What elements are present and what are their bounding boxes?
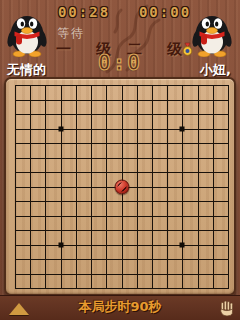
board-cell[interactable] <box>198 143 213 158</box>
board-cell[interactable] <box>91 259 106 274</box>
board-cell[interactable] <box>61 172 76 187</box>
board-cell[interactable] <box>91 245 106 260</box>
board-cell[interactable] <box>45 274 60 289</box>
board-cell[interactable] <box>15 172 30 187</box>
board-cell[interactable] <box>106 129 121 144</box>
star-point <box>180 242 185 247</box>
board-cell[interactable] <box>213 158 228 173</box>
board-cell[interactable] <box>137 172 152 187</box>
board-cell[interactable] <box>91 100 106 115</box>
board-cell[interactable] <box>76 114 91 129</box>
board-cell[interactable] <box>106 274 121 289</box>
board-cell[interactable] <box>167 158 182 173</box>
board-cell[interactable] <box>61 259 76 274</box>
board-cell[interactable] <box>213 274 228 289</box>
board-cell[interactable] <box>167 216 182 231</box>
board-cell[interactable] <box>213 114 228 129</box>
board-cell[interactable] <box>167 143 182 158</box>
board-cell[interactable] <box>137 259 152 274</box>
game-screen: 00:28 00:00 等待 一 级 二 级 0:0 无情的 小妞, 本局步时9… <box>0 0 240 320</box>
board-cell[interactable] <box>61 216 76 231</box>
board-cell[interactable] <box>45 187 60 202</box>
board-cell[interactable] <box>91 158 106 173</box>
board-cell[interactable] <box>152 230 167 245</box>
board-cell[interactable] <box>213 100 228 115</box>
board-cell[interactable] <box>76 158 91 173</box>
board-cell[interactable] <box>30 100 45 115</box>
board-cell[interactable] <box>106 100 121 115</box>
board-cell[interactable] <box>106 216 121 231</box>
medal-icon <box>181 42 194 57</box>
board-cell[interactable] <box>152 259 167 274</box>
board-cell[interactable] <box>137 114 152 129</box>
board-cell[interactable] <box>152 143 167 158</box>
board-cell[interactable] <box>91 114 106 129</box>
board-cell[interactable] <box>106 114 121 129</box>
board-cell[interactable] <box>167 259 182 274</box>
board-cell[interactable] <box>167 85 182 100</box>
board-cell[interactable] <box>30 143 45 158</box>
score-display: 0:0 <box>80 51 160 75</box>
board-cell[interactable] <box>91 172 106 187</box>
board-cell[interactable] <box>61 143 76 158</box>
board-cell[interactable] <box>91 129 106 144</box>
board-cell[interactable] <box>15 187 30 202</box>
board-cell[interactable] <box>15 114 30 129</box>
board-cell[interactable] <box>182 201 197 216</box>
board-cell[interactable] <box>198 230 213 245</box>
board-cell[interactable] <box>15 129 30 144</box>
board-cell[interactable] <box>182 100 197 115</box>
board-cell[interactable] <box>152 274 167 289</box>
raised-hand-icon[interactable] <box>219 300 235 317</box>
board-cell[interactable] <box>122 274 137 289</box>
board-cell[interactable] <box>122 85 137 100</box>
board-cell[interactable] <box>137 187 152 202</box>
board-cell[interactable] <box>152 129 167 144</box>
board-cell[interactable] <box>152 85 167 100</box>
board-cell[interactable] <box>167 201 182 216</box>
board-cell[interactable] <box>213 216 228 231</box>
timer-player-right: 00:00 <box>130 4 200 20</box>
cursor-marker[interactable] <box>114 179 129 194</box>
board-cell[interactable] <box>106 245 121 260</box>
board-cell[interactable] <box>106 85 121 100</box>
board-cell[interactable] <box>30 129 45 144</box>
board-cell[interactable] <box>76 143 91 158</box>
board-cell[interactable] <box>76 230 91 245</box>
board-cell[interactable] <box>76 85 91 100</box>
board-cell[interactable] <box>122 158 137 173</box>
board-cell[interactable] <box>152 216 167 231</box>
board-cell[interactable] <box>61 201 76 216</box>
board-cell[interactable] <box>137 143 152 158</box>
board-cell[interactable] <box>213 85 228 100</box>
board-cell[interactable] <box>106 158 121 173</box>
board-cell[interactable] <box>15 143 30 158</box>
board-cell[interactable] <box>167 100 182 115</box>
board-cell[interactable] <box>198 85 213 100</box>
board-cell[interactable] <box>106 259 121 274</box>
board-cell[interactable] <box>15 274 30 289</box>
board-cell[interactable] <box>91 187 106 202</box>
board-cell[interactable] <box>213 230 228 245</box>
board-cell[interactable] <box>137 245 152 260</box>
board-cell[interactable] <box>198 129 213 144</box>
board-cell[interactable] <box>91 230 106 245</box>
qq-penguin-icon <box>7 11 47 57</box>
board-cell[interactable] <box>45 172 60 187</box>
board-cell[interactable] <box>137 158 152 173</box>
board-cell[interactable] <box>182 172 197 187</box>
board-cell[interactable] <box>182 259 197 274</box>
board-cell[interactable] <box>182 274 197 289</box>
board-cell[interactable] <box>45 158 60 173</box>
board-cell[interactable] <box>61 158 76 173</box>
board-cell[interactable] <box>30 114 45 129</box>
board-cell[interactable] <box>61 100 76 115</box>
board-cell[interactable] <box>15 158 30 173</box>
board-cell[interactable] <box>182 85 197 100</box>
board-cell[interactable] <box>106 143 121 158</box>
board-cell[interactable] <box>167 172 182 187</box>
board-cell[interactable] <box>45 216 60 231</box>
board-cell[interactable] <box>152 245 167 260</box>
board-cell[interactable] <box>137 230 152 245</box>
board-cell[interactable] <box>198 259 213 274</box>
board-cell[interactable] <box>213 172 228 187</box>
board-cell[interactable] <box>198 245 213 260</box>
board-cell[interactable] <box>122 114 137 129</box>
star-point <box>58 126 63 131</box>
board-cell[interactable] <box>122 201 137 216</box>
board-cell[interactable] <box>61 187 76 202</box>
footer-message: 本局步时90秒 <box>40 298 200 316</box>
board-cell[interactable] <box>198 187 213 202</box>
board-cell[interactable] <box>30 85 45 100</box>
board-cell[interactable] <box>198 172 213 187</box>
board-cell[interactable] <box>182 187 197 202</box>
board-cell[interactable] <box>213 187 228 202</box>
board-cell[interactable] <box>122 259 137 274</box>
board-cell[interactable] <box>45 259 60 274</box>
board-cell[interactable] <box>15 259 30 274</box>
board-cell[interactable] <box>122 143 137 158</box>
board-cell[interactable] <box>122 216 137 231</box>
board-cell[interactable] <box>76 274 91 289</box>
board-cell[interactable] <box>198 158 213 173</box>
board-grid[interactable] <box>15 85 229 289</box>
board-cell[interactable] <box>182 216 197 231</box>
board-cell[interactable] <box>30 201 45 216</box>
board-cell[interactable] <box>91 274 106 289</box>
board-cell[interactable] <box>167 187 182 202</box>
board-cell[interactable] <box>198 216 213 231</box>
board-cell[interactable] <box>122 100 137 115</box>
board-cell[interactable] <box>15 100 30 115</box>
board-cell[interactable] <box>30 245 45 260</box>
board-cell[interactable] <box>45 143 60 158</box>
board-cell[interactable] <box>152 158 167 173</box>
board-cell[interactable] <box>30 274 45 289</box>
board-cell[interactable] <box>182 158 197 173</box>
board-cell[interactable] <box>213 129 228 144</box>
board-cell[interactable] <box>106 230 121 245</box>
board-cell[interactable] <box>106 201 121 216</box>
board-cell[interactable] <box>15 230 30 245</box>
board-cell[interactable] <box>152 201 167 216</box>
board-cell[interactable] <box>30 187 45 202</box>
footer-bar: 本局步时90秒 <box>0 295 240 320</box>
board-cell[interactable] <box>61 274 76 289</box>
board-cell[interactable] <box>137 100 152 115</box>
board-cell[interactable] <box>182 143 197 158</box>
board-cell[interactable] <box>91 143 106 158</box>
board-cell[interactable] <box>137 129 152 144</box>
board-cell[interactable] <box>30 172 45 187</box>
board-cell[interactable] <box>152 187 167 202</box>
board-cell[interactable] <box>213 259 228 274</box>
board-cell[interactable] <box>167 274 182 289</box>
board-cell[interactable] <box>76 100 91 115</box>
board-cell[interactable] <box>198 100 213 115</box>
board-cell[interactable] <box>30 259 45 274</box>
board-cell[interactable] <box>122 129 137 144</box>
board-cell[interactable] <box>198 274 213 289</box>
board-cell[interactable] <box>152 114 167 129</box>
board-cell[interactable] <box>137 274 152 289</box>
board-cell[interactable] <box>213 143 228 158</box>
board-cell[interactable] <box>76 201 91 216</box>
board-cell[interactable] <box>137 85 152 100</box>
star-point <box>58 242 63 247</box>
game-board <box>4 77 236 296</box>
board-cell[interactable] <box>213 201 228 216</box>
board-cell[interactable] <box>137 201 152 216</box>
board-cell[interactable] <box>30 216 45 231</box>
board-cell[interactable] <box>45 100 60 115</box>
board-cell[interactable] <box>61 85 76 100</box>
board-cell[interactable] <box>91 201 106 216</box>
board-cell[interactable] <box>15 201 30 216</box>
board-cell[interactable] <box>30 230 45 245</box>
board-cell[interactable] <box>91 85 106 100</box>
star-point <box>180 126 185 131</box>
timer-player-left: 00:28 <box>49 4 119 20</box>
board-cell[interactable] <box>152 172 167 187</box>
board-cell[interactable] <box>198 201 213 216</box>
board-cell[interactable] <box>91 216 106 231</box>
board-cell[interactable] <box>213 245 228 260</box>
board-cell[interactable] <box>122 230 137 245</box>
board-cell[interactable] <box>45 201 60 216</box>
board-cell[interactable] <box>76 172 91 187</box>
board-cell[interactable] <box>76 129 91 144</box>
board-cell[interactable] <box>15 85 30 100</box>
board-cell[interactable] <box>76 245 91 260</box>
player-avatar-left <box>7 11 47 57</box>
board-cell[interactable] <box>76 187 91 202</box>
board-cell[interactable] <box>45 85 60 100</box>
triangle-up-icon[interactable] <box>9 303 29 315</box>
board-cell[interactable] <box>122 245 137 260</box>
board-cell[interactable] <box>137 216 152 231</box>
board-cell[interactable] <box>76 216 91 231</box>
board-cell[interactable] <box>152 100 167 115</box>
board-cell[interactable] <box>30 158 45 173</box>
board-cell[interactable] <box>15 216 30 231</box>
board-cell[interactable] <box>198 114 213 129</box>
board-cell[interactable] <box>76 259 91 274</box>
board-cell[interactable] <box>15 245 30 260</box>
